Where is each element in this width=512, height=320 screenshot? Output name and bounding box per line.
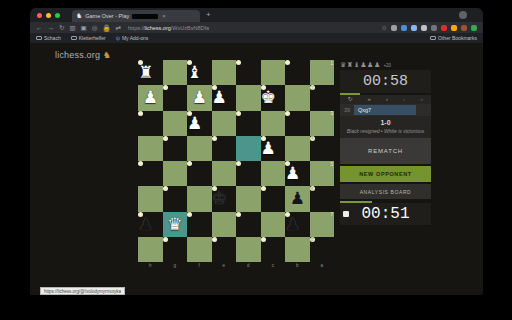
board-square[interactable]: [163, 161, 188, 186]
white-p-piece: ♟: [261, 136, 266, 161]
addons-icon: ψ: [116, 35, 120, 41]
game-sidebar: ♛♜♝♟♟♟ +20 00:58 ↻ « ‹ › » 39 Qxg7 1-0 B…: [340, 60, 431, 225]
reload-icon[interactable]: ↻: [59, 24, 64, 32]
player-clock: 00:51: [340, 203, 431, 225]
board-square[interactable]: [187, 212, 192, 217]
white-q-piece: ♛: [163, 212, 188, 237]
board-square[interactable]: [138, 136, 163, 161]
back-icon[interactable]: ←: [36, 24, 43, 31]
board-square[interactable]: 2: [310, 85, 315, 90]
white-k-piece: ♚: [261, 85, 266, 110]
board-square[interactable]: ♛: [163, 212, 188, 237]
file-coordinate: e: [212, 263, 237, 268]
board-square[interactable]: [187, 161, 192, 166]
rank-coordinate: 6: [311, 187, 314, 192]
board-square[interactable]: [187, 136, 212, 161]
board-square[interactable]: [236, 85, 261, 110]
extension-icon[interactable]: [471, 25, 477, 31]
board-square[interactable]: [212, 60, 237, 85]
new-opponent-button[interactable]: NEW OPPONENT: [340, 166, 431, 182]
board-square[interactable]: [163, 186, 168, 191]
bookmark-my-addons[interactable]: ψMy Add-ons: [116, 35, 149, 41]
rematch-button[interactable]: REMATCH: [340, 138, 431, 164]
white-p-piece: ♟: [187, 111, 192, 136]
result-text: Black resigned • White is victorious: [340, 128, 431, 134]
move-nav: ↻ « ‹ › »: [340, 95, 431, 104]
rank-coordinate: 2: [311, 86, 314, 91]
opponent-clock: 00:58: [340, 70, 431, 93]
chess-board[interactable]: ♜♝1♟♟♟♚2♟3♟4♟5♚♟6♟♛♟78: [138, 60, 334, 262]
player-color-icon: [343, 211, 349, 217]
rank-coordinate: 8: [311, 237, 314, 242]
black-p-piece: ♟: [285, 186, 310, 211]
file-coordinate: d: [236, 263, 261, 268]
prev-move-icon[interactable]: ‹: [386, 95, 388, 104]
bookmarks-bar: Schach Kletterhelfer ψMy Add-ons Other B…: [30, 33, 483, 43]
file-coordinate: g: [163, 263, 188, 268]
board-square[interactable]: [138, 111, 143, 116]
board-square[interactable]: [236, 186, 261, 211]
extension-icon[interactable]: [391, 25, 397, 31]
tab-bar: ♞ Game Over - Play × +: [30, 8, 483, 22]
move-list: 39 Qxg7: [340, 104, 431, 116]
folder-icon: [71, 36, 77, 41]
close-tab-icon[interactable]: ×: [162, 13, 166, 19]
container-icon[interactable]: ▣: [81, 24, 87, 32]
extension-icon[interactable]: [441, 25, 447, 31]
result-block: 1-0 Black resigned • White is victorious: [340, 116, 431, 138]
board-square[interactable]: [236, 60, 241, 65]
permissions-icon[interactable]: ⇄: [116, 24, 121, 32]
folder-icon: [430, 36, 436, 41]
lichess-logo[interactable]: lichess.org ♞: [55, 50, 111, 60]
rank-coordinate: 3: [330, 111, 333, 116]
extension-icon[interactable]: [411, 25, 417, 31]
board-square[interactable]: [187, 237, 212, 262]
board-square[interactable]: ♟: [261, 136, 266, 141]
board-square[interactable]: [261, 60, 286, 85]
captured-pieces: ♛♜♝♟♟♟ +20: [340, 60, 431, 70]
white-p-piece: ♟: [212, 85, 217, 110]
board-square[interactable]: ♟: [187, 85, 212, 110]
board-area: ♜♝1♟♟♟♚2♟3♟4♟5♚♟6♟♛♟78 hgfedcba: [138, 60, 334, 268]
last-move-icon[interactable]: »: [420, 95, 423, 104]
material-advantage: +20: [383, 63, 391, 68]
current-move[interactable]: Qxg7: [354, 105, 416, 115]
board-square[interactable]: ♟: [285, 212, 290, 217]
window-controls[interactable]: [37, 13, 60, 18]
board-square[interactable]: [236, 237, 261, 262]
board-square[interactable]: [261, 212, 286, 237]
board-square[interactable]: [285, 237, 310, 262]
extension-icon[interactable]: [431, 25, 437, 31]
lichess-page: lichess.org ♞ ♜♝1♟♟♟♚2♟3♟4♟5♚♟6♟♛♟78 hgf…: [30, 43, 483, 295]
lichess-favicon-icon: ♞: [76, 13, 82, 20]
active-tab[interactable]: ♞ Game Over - Play ×: [72, 10, 200, 22]
board-square[interactable]: [236, 136, 261, 161]
extension-icon[interactable]: [401, 25, 407, 31]
file-coordinate: a: [310, 263, 335, 268]
extension-icon[interactable]: [421, 25, 427, 31]
board-square[interactable]: [187, 186, 212, 211]
zoom-window-button[interactable]: [55, 13, 60, 18]
board-square[interactable]: [285, 85, 310, 110]
board-square[interactable]: [236, 111, 241, 116]
board-square[interactable]: [212, 111, 237, 136]
board-square[interactable]: ♟: [138, 85, 163, 110]
white-r-piece: ♜: [138, 60, 143, 85]
board-square[interactable]: [138, 237, 163, 262]
forward-icon[interactable]: →: [48, 24, 55, 31]
board-square[interactable]: ♚: [261, 85, 266, 90]
flip-board-icon[interactable]: ↻: [348, 95, 353, 104]
new-tab-button[interactable]: +: [206, 10, 211, 19]
first-move-icon[interactable]: «: [368, 95, 371, 104]
board-square[interactable]: 8: [310, 237, 315, 242]
file-coordinate: f: [187, 263, 212, 268]
redacted-text: [132, 14, 158, 19]
close-window-button[interactable]: [37, 13, 42, 18]
move-number: 39: [340, 107, 354, 113]
board-square[interactable]: 1: [310, 60, 335, 85]
board-square[interactable]: ♟: [187, 111, 192, 116]
board-square[interactable]: 6: [310, 186, 315, 191]
board-square[interactable]: 3: [310, 111, 335, 136]
board-square[interactable]: [285, 111, 290, 116]
result-score: 1-0: [340, 119, 431, 126]
file-coordinates: hgfedcba: [138, 263, 334, 268]
lock-icon: 🔒: [102, 24, 110, 32]
url-bar[interactable]: https://lichess.org/WvUzBsN8Dfa: [128, 25, 209, 31]
file-coordinate: b: [285, 263, 310, 268]
board-square[interactable]: [163, 85, 168, 90]
next-move-icon[interactable]: ›: [403, 95, 405, 104]
link-status-bar: https://lichess.org/@/volodymyrmotyka: [40, 287, 125, 295]
folder-icon: [36, 36, 42, 41]
board-square[interactable]: [163, 60, 188, 85]
board-square[interactable]: [163, 136, 168, 141]
minimize-window-button[interactable]: [46, 13, 51, 18]
other-bookmarks[interactable]: Other Bookmarks: [430, 35, 477, 41]
board-square[interactable]: 7: [310, 212, 335, 237]
rank-coordinate: 5: [330, 162, 333, 167]
board-square[interactable]: ♟: [212, 85, 217, 90]
board-square[interactable]: ♟: [138, 212, 143, 217]
white-p-piece: ♟: [187, 85, 212, 110]
extension-icon[interactable]: [451, 25, 457, 31]
board-square[interactable]: [212, 237, 217, 242]
black-p-piece: ♟: [138, 212, 143, 237]
board-square[interactable]: 4: [310, 136, 315, 141]
board-square[interactable]: [261, 111, 286, 136]
board-square[interactable]: 5: [310, 161, 335, 186]
board-square[interactable]: [212, 212, 237, 237]
knight-logo-icon: ♞: [103, 50, 111, 60]
board-square[interactable]: [261, 161, 286, 186]
board-square[interactable]: [212, 136, 217, 141]
board-square[interactable]: ♜: [138, 60, 143, 65]
file-coordinate: c: [261, 263, 286, 268]
board-square[interactable]: [261, 237, 266, 242]
board-square[interactable]: ♟: [285, 161, 290, 166]
file-coordinate: h: [138, 263, 163, 268]
board-square[interactable]: ♟: [285, 186, 310, 211]
board-square[interactable]: [236, 212, 241, 217]
white-p-piece: ♟: [285, 161, 290, 186]
black-p-piece: ♟: [285, 212, 290, 237]
extension-icon[interactable]: [461, 25, 467, 31]
rank-coordinate: 4: [311, 136, 314, 141]
rank-coordinate: 7: [330, 212, 333, 217]
board-square[interactable]: ♝: [187, 60, 192, 65]
rank-coordinate: 1: [330, 61, 333, 66]
board-square[interactable]: [163, 111, 188, 136]
white-b-piece: ♝: [187, 60, 192, 85]
bookmark-folder-kletterhelfer[interactable]: Kletterhelfer: [71, 35, 106, 41]
browser-window: ♞ Game Over - Play × + ← → ↻ ▥ ▣ ◎ 🔒 ⇄ h…: [30, 8, 483, 295]
address-toolbar: ← → ↻ ▥ ▣ ◎ 🔒 ⇄ https://lichess.org/WvUz…: [30, 22, 483, 33]
white-p-piece: ♟: [138, 85, 163, 110]
board-square[interactable]: [285, 60, 290, 65]
board-square[interactable]: [236, 161, 241, 166]
tab-title: Game Over - Play: [85, 13, 129, 19]
sidebar-icon[interactable]: ▥: [69, 24, 75, 32]
board-square[interactable]: ♚: [212, 186, 217, 191]
board-square[interactable]: [138, 186, 163, 211]
bookmark-star-icon[interactable]: ☆: [381, 24, 387, 32]
board-square[interactable]: [212, 161, 237, 186]
board-square[interactable]: [261, 186, 266, 191]
board-square[interactable]: [163, 237, 168, 242]
board-square[interactable]: [285, 136, 310, 161]
analysis-board-button[interactable]: ANALYSIS BOARD: [340, 184, 431, 199]
shield-icon[interactable]: ◎: [92, 24, 98, 32]
board-square[interactable]: [138, 161, 143, 166]
black-k-piece: ♚: [212, 186, 217, 211]
profile-icon[interactable]: [459, 11, 467, 19]
bookmark-folder-schach[interactable]: Schach: [36, 35, 61, 41]
